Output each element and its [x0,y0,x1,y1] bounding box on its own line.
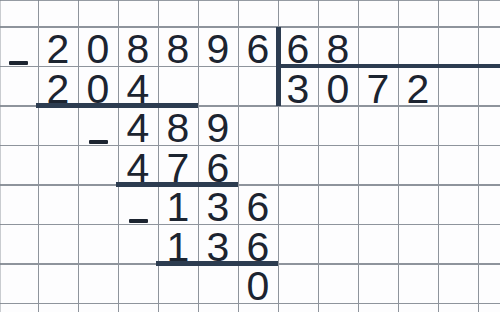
rule-under-136 [156,261,278,266]
digit-cell-r1c8: 8 [318,27,358,67]
digit-cell-r2c7: 3 [278,67,318,107]
digit-cell-r6c5: 3 [198,225,238,265]
digit-cell-r1c6: 6 [238,27,278,67]
digit-cell-r4c5: 6 [198,146,238,186]
digit-cell-r1c7: 6 [278,27,318,67]
digit-cell-r5c4: 1 [158,185,198,225]
digit-cell-r5c6: 6 [238,185,278,225]
digit-cell-r7c6: 0 [238,264,278,304]
digit-cell-r2c10: 2 [398,67,438,107]
digit-cell-r1c1: 2 [38,27,78,67]
digit-cell-r1c2: 0 [78,27,118,67]
digit-cell-r1c5: 9 [198,27,238,67]
digit-cell-r1c4: 8 [158,27,198,67]
digit-cell-r2c1: 2 [38,67,78,107]
digit-cell-r4c4: 7 [158,146,198,186]
rule-under-divisor-68 [276,64,500,69]
digit-cell-r3c5: 9 [198,106,238,146]
minus-sign [129,219,148,223]
grid-paper-sheet: 2088966820430724894761361360 [0,0,500,312]
long-division-board: 2088966820430724894761361360 [0,0,500,312]
digit-cell-r6c6: 6 [238,225,278,265]
digit-cell-r2c8: 0 [318,67,358,107]
digit-cell-r2c3: 4 [118,67,158,107]
digit-cell-r2c9: 7 [358,67,398,107]
digit-cell-r4c3: 4 [118,146,158,186]
rule-under-476 [116,182,238,187]
digit-cell-r3c3: 4 [118,106,158,146]
digit-cell-r5c5: 3 [198,185,238,225]
digit-cell-r3c4: 8 [158,106,198,146]
digit-cell-r6c4: 1 [158,225,198,265]
minus-sign [89,140,108,144]
rule-under-204 [36,103,198,108]
minus-sign [9,61,28,65]
digit-cell-r1c3: 8 [118,27,158,67]
digit-cell-r2c2: 0 [78,67,118,107]
